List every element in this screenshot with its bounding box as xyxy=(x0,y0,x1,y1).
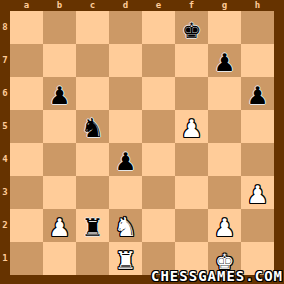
square-f4 xyxy=(175,143,208,176)
black-pawn: ♟ xyxy=(248,77,266,110)
rank-labels: 87654321 xyxy=(0,11,10,275)
square-a3 xyxy=(10,176,43,209)
file-labels: abcdefgh xyxy=(10,0,274,11)
file-label-h: h xyxy=(241,0,274,11)
square-g8 xyxy=(208,11,241,44)
square-f3 xyxy=(175,176,208,209)
square-b2: ♟ xyxy=(43,209,76,242)
square-d6 xyxy=(109,77,142,110)
square-d4: ♟ xyxy=(109,143,142,176)
square-e6 xyxy=(142,77,175,110)
file-label-d: d xyxy=(109,0,142,11)
white-pawn: ♟ xyxy=(215,209,233,242)
square-a7 xyxy=(10,44,43,77)
white-pawn: ♟ xyxy=(50,209,68,242)
square-d5 xyxy=(109,110,142,143)
square-a4 xyxy=(10,143,43,176)
square-d7 xyxy=(109,44,142,77)
square-f6 xyxy=(175,77,208,110)
square-e3 xyxy=(142,176,175,209)
square-d3 xyxy=(109,176,142,209)
square-a8 xyxy=(10,11,43,44)
square-e4 xyxy=(142,143,175,176)
square-h5 xyxy=(241,110,274,143)
square-g3 xyxy=(208,176,241,209)
file-label-g: g xyxy=(208,0,241,11)
square-a2 xyxy=(10,209,43,242)
square-d2: ♞ xyxy=(109,209,142,242)
square-d8 xyxy=(109,11,142,44)
square-h2 xyxy=(241,209,274,242)
square-b8 xyxy=(43,11,76,44)
square-g4 xyxy=(208,143,241,176)
black-king: ♚ xyxy=(182,11,200,44)
square-h3: ♟ xyxy=(241,176,274,209)
black-knight: ♞ xyxy=(83,110,101,143)
square-c7 xyxy=(76,44,109,77)
square-e7 xyxy=(142,44,175,77)
square-g5 xyxy=(208,110,241,143)
square-c6 xyxy=(76,77,109,110)
square-g6 xyxy=(208,77,241,110)
file-label-c: c xyxy=(76,0,109,11)
square-e2 xyxy=(142,209,175,242)
rank-label-2: 2 xyxy=(0,209,10,242)
black-pawn: ♟ xyxy=(215,44,233,77)
square-d1: ♜ xyxy=(109,242,142,275)
board: ♚♟♟♟♞♟♟♟♟♜♞♟♜♚ xyxy=(10,11,274,275)
square-a5 xyxy=(10,110,43,143)
square-f5: ♟ xyxy=(175,110,208,143)
site-label: CHESSGAMES.COM xyxy=(151,268,283,284)
square-a1 xyxy=(10,242,43,275)
square-c5: ♞ xyxy=(76,110,109,143)
square-g2: ♟ xyxy=(208,209,241,242)
square-a6 xyxy=(10,77,43,110)
rank-label-8: 8 xyxy=(0,11,10,44)
rank-label-1: 1 xyxy=(0,242,10,275)
square-b1 xyxy=(43,242,76,275)
square-h6: ♟ xyxy=(241,77,274,110)
square-c4 xyxy=(76,143,109,176)
square-c3 xyxy=(76,176,109,209)
square-f8: ♚ xyxy=(175,11,208,44)
square-g7: ♟ xyxy=(208,44,241,77)
square-e5 xyxy=(142,110,175,143)
square-h7 xyxy=(241,44,274,77)
file-label-e: e xyxy=(142,0,175,11)
square-b7 xyxy=(43,44,76,77)
white-pawn: ♟ xyxy=(248,176,266,209)
chess-diagram: abcdefgh 87654321 ♚♟♟♟♞♟♟♟♟♜♞♟♜♚ CHESSGA… xyxy=(0,0,284,284)
black-pawn: ♟ xyxy=(50,77,68,110)
square-h4 xyxy=(241,143,274,176)
square-c8 xyxy=(76,11,109,44)
square-f7 xyxy=(175,44,208,77)
file-label-b: b xyxy=(43,0,76,11)
square-b4 xyxy=(43,143,76,176)
square-f2 xyxy=(175,209,208,242)
rank-label-5: 5 xyxy=(0,110,10,143)
square-b5 xyxy=(43,110,76,143)
black-rook: ♜ xyxy=(83,209,101,242)
white-rook: ♜ xyxy=(116,242,134,275)
square-c1 xyxy=(76,242,109,275)
rank-label-3: 3 xyxy=(0,176,10,209)
rank-label-4: 4 xyxy=(0,143,10,176)
file-label-a: a xyxy=(10,0,43,11)
white-pawn: ♟ xyxy=(182,110,200,143)
square-b6: ♟ xyxy=(43,77,76,110)
rank-label-7: 7 xyxy=(0,44,10,77)
square-b3 xyxy=(43,176,76,209)
square-e8 xyxy=(142,11,175,44)
white-knight: ♞ xyxy=(116,209,134,242)
square-c2: ♜ xyxy=(76,209,109,242)
square-h8 xyxy=(241,11,274,44)
black-pawn: ♟ xyxy=(116,143,134,176)
rank-label-6: 6 xyxy=(0,77,10,110)
